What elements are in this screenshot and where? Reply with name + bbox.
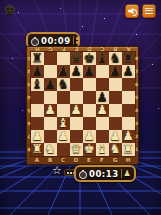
coord-label: 6 [135, 78, 139, 91]
square-a7[interactable]: ♟ [31, 65, 44, 78]
square-c1[interactable] [57, 143, 70, 156]
coord-label: D [70, 156, 83, 165]
square-h2[interactable]: ♟ [122, 130, 135, 143]
piece-black-queen[interactable]: ♛ [70, 51, 83, 65]
coord-label: 1 [27, 52, 31, 65]
piece-white-rook[interactable]: ♜ [31, 142, 44, 156]
square-f5[interactable]: ♟ [96, 91, 109, 104]
square-h3[interactable] [122, 117, 135, 130]
square-f1[interactable]: ♝ [96, 143, 109, 156]
coord-label: F [96, 156, 109, 165]
chess-board-frame: ABCDEFGH ♜♛♚♝♞♜♟♟♟♟♟♟♝♟♞♟♟♟♟♝♟♟♟♟♟♜♞♛♚♝♞… [26, 46, 139, 165]
white-timer-badge: 00:13 ♟ [74, 165, 136, 182]
coord-label: 4 [27, 91, 31, 104]
square-e4[interactable] [83, 104, 96, 117]
piece-white-pawn[interactable]: ♟ [109, 129, 122, 143]
square-e3[interactable] [83, 117, 96, 130]
coord-label: 1 [135, 143, 139, 156]
square-f8[interactable]: ♝ [96, 52, 109, 65]
square-d3[interactable] [70, 117, 83, 130]
badge-side-indicator [76, 37, 79, 45]
piece-white-knight[interactable]: ♞ [109, 142, 122, 156]
piece-white-rook[interactable]: ♜ [122, 142, 135, 156]
piece-white-pawn[interactable]: ♟ [31, 129, 44, 143]
board-grid[interactable]: ♜♛♚♝♞♜♟♟♟♟♟♟♝♟♞♟♟♟♟♝♟♟♟♟♟♜♞♛♚♝♞♜ [31, 52, 135, 156]
coord-label: 3 [135, 117, 139, 130]
coord-label: 8 [135, 52, 139, 65]
coord-label: 7 [135, 65, 139, 78]
background-stars [18, 12, 19, 13]
piece-black-king[interactable]: ♚ [83, 51, 96, 65]
square-b4[interactable]: ♟ [44, 104, 57, 117]
files-bottom: ABCDEFGH [31, 156, 135, 165]
coord-label: 5 [27, 104, 31, 117]
piece-white-queen[interactable]: ♛ [70, 142, 83, 156]
square-a5[interactable] [31, 91, 44, 104]
piece-black-pawn[interactable]: ♟ [122, 64, 135, 78]
square-f3[interactable] [96, 117, 109, 130]
square-g1[interactable]: ♞ [109, 143, 122, 156]
square-d7[interactable]: ♟ [70, 65, 83, 78]
coord-label: 5 [135, 91, 139, 104]
square-e8[interactable]: ♚ [83, 52, 96, 65]
square-d4[interactable]: ♟ [70, 104, 83, 117]
stopwatch-icon [79, 170, 87, 178]
square-c5[interactable] [57, 91, 70, 104]
square-g7[interactable]: ♟ [109, 65, 122, 78]
piece-black-knight[interactable]: ♞ [57, 77, 70, 91]
coord-label: 2 [135, 130, 139, 143]
white-timer-value: 00:13 [89, 169, 119, 179]
coord-label: 2 [27, 65, 31, 78]
favorite-star-button[interactable]: ☆ [52, 164, 62, 178]
stopwatch-icon [31, 37, 39, 45]
square-e7[interactable]: ♟ [83, 65, 96, 78]
black-player-king-icon: ♚ [4, 2, 16, 17]
square-a4[interactable] [31, 104, 44, 117]
square-a3[interactable] [31, 117, 44, 130]
square-c7[interactable]: ♟ [57, 65, 70, 78]
square-a6[interactable]: ♝ [31, 78, 44, 91]
square-d6[interactable] [70, 78, 83, 91]
square-b2[interactable] [44, 130, 57, 143]
square-g8[interactable]: ♞ [109, 52, 122, 65]
badge-divider [121, 169, 122, 178]
game-screen: ♚ 00:09 ABCDEFGH ♜♛♚♝♞♜♟♟♟♟♟♟♝♟♞♟♟♟♟♝♟♟♟… [0, 0, 161, 215]
piece-black-rook[interactable]: ♜ [122, 51, 135, 65]
speaker-icon [128, 7, 137, 15]
coord-label: 4 [135, 104, 139, 117]
square-b5[interactable] [44, 91, 57, 104]
black-timer-value: 00:09 [41, 36, 71, 46]
piece-white-pawn[interactable]: ♟ [122, 129, 135, 143]
piece-white-pawn[interactable]: ♟ [70, 103, 83, 117]
square-g4[interactable] [109, 104, 122, 117]
square-b6[interactable]: ♟ [44, 78, 57, 91]
piece-black-pawn[interactable]: ♟ [31, 64, 44, 78]
piece-black-pawn[interactable]: ♟ [70, 64, 83, 78]
square-f6[interactable] [96, 78, 109, 91]
menu-button[interactable] [142, 4, 156, 18]
square-h7[interactable]: ♟ [122, 65, 135, 78]
piece-black-pawn[interactable]: ♟ [57, 64, 70, 78]
coord-label: G [109, 156, 122, 165]
white-player-piece-icon: ♟ [124, 169, 131, 178]
square-g5[interactable] [109, 91, 122, 104]
square-h1[interactable]: ♜ [122, 143, 135, 156]
piece-white-bishop[interactable]: ♝ [96, 142, 109, 156]
square-h4[interactable] [122, 104, 135, 117]
piece-black-pawn[interactable]: ♟ [109, 64, 122, 78]
square-c6[interactable]: ♞ [57, 78, 70, 91]
piece-white-pawn[interactable]: ♟ [83, 129, 96, 143]
menu-icon [145, 8, 153, 15]
piece-white-pawn[interactable]: ♟ [44, 103, 57, 117]
coord-label: H [122, 156, 135, 165]
square-g3[interactable] [109, 117, 122, 130]
ranks-right: 87654321 [135, 52, 139, 156]
piece-black-rook[interactable]: ♜ [31, 51, 44, 65]
coord-label: A [31, 156, 44, 165]
square-b7[interactable] [44, 65, 57, 78]
piece-white-king[interactable]: ♚ [83, 142, 96, 156]
piece-white-pawn[interactable]: ♟ [96, 103, 109, 117]
piece-black-pawn[interactable]: ♟ [96, 90, 109, 104]
square-c8[interactable] [57, 52, 70, 65]
square-e2[interactable]: ♟ [83, 130, 96, 143]
square-e5[interactable] [83, 91, 96, 104]
piece-black-pawn[interactable]: ♟ [83, 64, 96, 78]
coord-label: 8 [27, 143, 31, 156]
piece-black-knight[interactable]: ♞ [109, 51, 122, 65]
square-d2[interactable] [70, 130, 83, 143]
piece-black-pawn[interactable]: ♟ [44, 77, 57, 91]
square-c3[interactable]: ♝ [57, 117, 70, 130]
square-h5[interactable] [122, 91, 135, 104]
sound-button[interactable] [125, 4, 139, 18]
square-h8[interactable]: ♜ [122, 52, 135, 65]
square-c2[interactable]: ♟ [57, 130, 70, 143]
piece-white-knight[interactable]: ♞ [44, 142, 57, 156]
piece-black-bishop[interactable]: ♝ [31, 77, 44, 91]
square-e6[interactable] [83, 78, 96, 91]
square-e1[interactable]: ♚ [83, 143, 96, 156]
coord-label: 3 [27, 78, 31, 91]
piece-black-bishop[interactable]: ♝ [96, 51, 109, 65]
square-f7[interactable] [96, 65, 109, 78]
square-g2[interactable]: ♟ [109, 130, 122, 143]
coord-label: E [83, 156, 96, 165]
square-a2[interactable]: ♟ [31, 130, 44, 143]
square-b1[interactable]: ♞ [44, 143, 57, 156]
square-c4[interactable] [57, 104, 70, 117]
square-h6[interactable] [122, 78, 135, 91]
square-a1[interactable]: ♜ [31, 143, 44, 156]
square-f4[interactable]: ♟ [96, 104, 109, 117]
ranks-left: 87654321 [27, 52, 31, 156]
coord-label: 7 [27, 130, 31, 143]
square-b3[interactable] [44, 117, 57, 130]
square-d1[interactable]: ♛ [70, 143, 83, 156]
coord-label: 6 [27, 117, 31, 130]
square-b8[interactable] [44, 52, 57, 65]
square-d5[interactable] [70, 91, 83, 104]
square-d8[interactable]: ♛ [70, 52, 83, 65]
piece-white-pawn[interactable]: ♟ [57, 129, 70, 143]
square-g6[interactable] [109, 78, 122, 91]
square-f2[interactable] [96, 130, 109, 143]
square-a8[interactable]: ♜ [31, 52, 44, 65]
piece-white-bishop[interactable]: ♝ [57, 116, 70, 130]
badge-divider [73, 36, 74, 45]
